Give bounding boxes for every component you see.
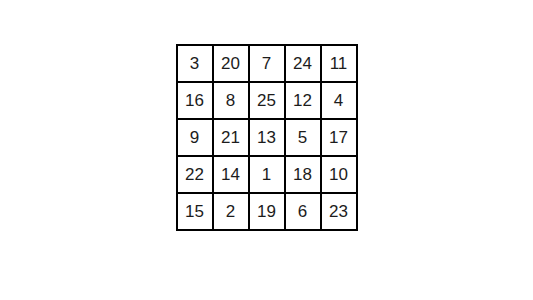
grid-cell-r1c4: 24 (286, 46, 320, 81)
grid-cell-r3c1: 9 (178, 120, 212, 155)
grid-cell-r3c4: 5 (286, 120, 320, 155)
grid-cell-r2c4: 12 (286, 83, 320, 118)
grid-cell-r5c2: 2 (214, 194, 248, 229)
grid-cell-r5c3: 19 (250, 194, 284, 229)
grid-cell-r5c4: 6 (286, 194, 320, 229)
grid-cell-r2c2: 8 (214, 83, 248, 118)
magic-square-board: 3207241116825124921135172214118101521962… (176, 44, 358, 231)
grid-cell-r1c1: 3 (178, 46, 212, 81)
grid-cell-r2c3: 25 (250, 83, 284, 118)
grid-cell-r5c5: 23 (322, 194, 356, 229)
grid-cell-r3c2: 21 (214, 120, 248, 155)
grid-cell-r4c3: 1 (250, 157, 284, 192)
grid-cell-r1c2: 20 (214, 46, 248, 81)
grid-cell-r5c1: 15 (178, 194, 212, 229)
grid-cell-r4c4: 18 (286, 157, 320, 192)
grid-cell-r3c5: 17 (322, 120, 356, 155)
grid-cell-r1c3: 7 (250, 46, 284, 81)
grid-cell-r4c5: 10 (322, 157, 356, 192)
grid-cell-r4c2: 14 (214, 157, 248, 192)
grid-cell-r3c3: 13 (250, 120, 284, 155)
grid-cell-r1c5: 11 (322, 46, 356, 81)
grid-cell-r2c1: 16 (178, 83, 212, 118)
grid-cell-r2c5: 4 (322, 83, 356, 118)
grid-cell-r4c1: 22 (178, 157, 212, 192)
